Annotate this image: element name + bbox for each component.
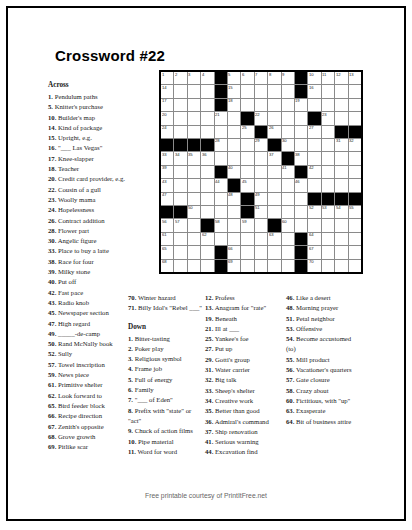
- cell-r13c1[interactable]: 61: [161, 233, 173, 245]
- black-cell-r1c5: [215, 72, 227, 84]
- cell-r15c1[interactable]: 68: [161, 260, 173, 272]
- cell-r8c9[interactable]: [268, 166, 280, 178]
- across-header: Across: [48, 80, 132, 90]
- cell-r4c10[interactable]: [282, 112, 294, 124]
- down-clue-53: 53. Offensive: [286, 324, 362, 334]
- cell-r11c11[interactable]: [295, 206, 307, 218]
- cell-number-55: 55: [349, 205, 354, 209]
- across-clue-14: 14. Kind of package: [48, 123, 132, 133]
- cell-r6c7[interactable]: [241, 139, 253, 151]
- black-cell-r10c13: [322, 193, 334, 205]
- cell-r3c7[interactable]: [241, 99, 253, 111]
- cell-r14c15[interactable]: [349, 246, 361, 258]
- cell-r7c3[interactable]: 35: [188, 152, 200, 164]
- cell-number-12: 12: [336, 72, 341, 76]
- cell-r9c2[interactable]: [174, 179, 186, 191]
- cell-number-8: 8: [269, 72, 271, 76]
- across-clue-57: 57. Towel inscription: [48, 360, 132, 370]
- cell-number-25: 25: [242, 125, 247, 129]
- cell-r14c7[interactable]: [241, 246, 253, 258]
- cell-r7c6[interactable]: [228, 152, 240, 164]
- cell-r13c3[interactable]: [188, 233, 200, 245]
- cell-r9c4[interactable]: [201, 179, 213, 191]
- down-clue-44: 44. Excavation find: [205, 447, 283, 457]
- cell-r2c2[interactable]: [174, 85, 186, 97]
- cell-number-64: 64: [309, 232, 314, 236]
- across-clue-52: 52. Sully: [48, 349, 132, 359]
- across-clue-18: 18. Teacher: [48, 164, 132, 174]
- cell-r14c1[interactable]: 65: [161, 246, 173, 258]
- cell-number-24: 24: [162, 125, 167, 129]
- cell-number-38: 38: [295, 152, 300, 156]
- cell-r13c6[interactable]: [228, 233, 240, 245]
- cell-r6c15[interactable]: 32: [349, 139, 361, 151]
- cell-number-49: 49: [255, 192, 260, 196]
- cell-r13c9[interactable]: 63: [268, 233, 280, 245]
- cell-r15c12[interactable]: 70: [308, 260, 320, 272]
- cell-r6c11[interactable]: [295, 139, 307, 151]
- cell-r6c14[interactable]: 31: [335, 139, 347, 151]
- cell-r3c2[interactable]: [174, 99, 186, 111]
- page-title: Crossword #22: [55, 47, 165, 64]
- cell-r4c2[interactable]: [174, 112, 186, 124]
- cell-r15c6[interactable]: 69: [228, 260, 240, 272]
- cell-number-4: 4: [202, 72, 204, 76]
- cell-r7c4[interactable]: 36: [201, 152, 213, 164]
- cell-r4c11[interactable]: [295, 112, 307, 124]
- cell-r7c1[interactable]: 33: [161, 152, 173, 164]
- cell-r11c15[interactable]: 55: [349, 206, 361, 218]
- cell-number-67: 67: [309, 246, 314, 250]
- cell-r5c10[interactable]: [282, 126, 294, 138]
- down-clue-64: 64. Bit of business attire: [286, 417, 362, 427]
- cell-r5c11[interactable]: [295, 126, 307, 138]
- cell-r5c6[interactable]: [228, 126, 240, 138]
- across-clue-43: 43. Radio knob: [48, 298, 132, 308]
- cell-r12c1[interactable]: 56: [161, 219, 173, 231]
- cell-r15c2[interactable]: [174, 260, 186, 272]
- cell-r5c1[interactable]: 24: [161, 126, 173, 138]
- cell-r11c9[interactable]: [268, 206, 280, 218]
- cell-number-21: 21: [215, 112, 220, 116]
- cell-r8c10[interactable]: 41: [282, 166, 294, 178]
- across-clue-70: 70. Winter hazard: [128, 293, 204, 303]
- cell-number-11: 11: [322, 72, 326, 76]
- cell-r12c6[interactable]: [228, 219, 240, 231]
- cell-r12c5[interactable]: 58: [215, 219, 227, 231]
- cell-r2c8[interactable]: [255, 85, 267, 97]
- cell-r10c11[interactable]: [295, 193, 307, 205]
- cell-r14c9[interactable]: [268, 246, 280, 258]
- cell-r3c11[interactable]: 19: [295, 99, 307, 111]
- cell-number-10: 10: [309, 72, 314, 76]
- cell-r1c8[interactable]: 7: [255, 72, 267, 84]
- cell-r3c9[interactable]: [268, 99, 280, 111]
- cell-r15c8[interactable]: [255, 260, 267, 272]
- black-cell-r8c5: [215, 166, 227, 178]
- cell-r10c5[interactable]: [215, 193, 227, 205]
- cell-r3c6[interactable]: 18: [228, 99, 240, 111]
- across-clue-10: 10. Builder's map: [48, 113, 132, 123]
- down-clue-3: 3. Religious symbol: [128, 354, 204, 364]
- cell-r9c11[interactable]: 46: [295, 179, 307, 191]
- cell-number-7: 7: [255, 72, 257, 76]
- cell-r9c5[interactable]: 44: [215, 179, 227, 191]
- cell-r13c15[interactable]: [349, 233, 361, 245]
- down-clue-6: 6. Family: [128, 385, 204, 395]
- cell-r2c14[interactable]: [335, 85, 347, 97]
- cell-r1c12[interactable]: 10: [308, 72, 320, 84]
- cell-r5c13[interactable]: [322, 126, 334, 138]
- crossword-grid[interactable]: 1234567891011121314151617181920212223242…: [159, 70, 363, 274]
- cell-r3c13[interactable]: [322, 99, 334, 111]
- cell-number-35: 35: [188, 152, 193, 156]
- cell-r5c9[interactable]: 26: [268, 126, 280, 138]
- cell-r3c12[interactable]: [308, 99, 320, 111]
- cell-r7c13[interactable]: [322, 152, 334, 164]
- cell-r4c4[interactable]: [201, 112, 213, 124]
- cell-r9c14[interactable]: [335, 179, 347, 191]
- cell-r11c3[interactable]: 50: [188, 206, 200, 218]
- cell-r6c10[interactable]: 30: [282, 139, 294, 151]
- cell-r3c14[interactable]: [335, 99, 347, 111]
- cell-r6c13[interactable]: [322, 139, 334, 151]
- cell-r9c9[interactable]: [268, 179, 280, 191]
- cell-number-40: 40: [228, 165, 233, 169]
- cell-number-50: 50: [188, 205, 193, 209]
- cell-r11c6[interactable]: [228, 206, 240, 218]
- cell-r15c14[interactable]: [335, 260, 347, 272]
- cell-number-33: 33: [162, 152, 167, 156]
- cell-r8c12[interactable]: 42: [308, 166, 320, 178]
- across-clue-26: 26. Contract addition: [48, 216, 132, 226]
- cell-r3c8[interactable]: [255, 99, 267, 111]
- black-cell-r13c11: [295, 233, 307, 245]
- across-clue-1: 1. Pendulum paths: [48, 92, 132, 102]
- cell-r1c2[interactable]: 2: [174, 72, 186, 84]
- cell-r4c6[interactable]: [228, 112, 240, 124]
- cell-number-28: 28: [215, 138, 220, 142]
- black-cell-r7c10: [282, 152, 294, 164]
- cell-r5c2[interactable]: [174, 126, 186, 138]
- black-cell-r5c15: [349, 126, 361, 138]
- cell-r14c4[interactable]: [201, 246, 213, 258]
- down-clue-54: 54. Become accustomed (to): [286, 334, 362, 355]
- cell-r10c3[interactable]: [188, 193, 200, 205]
- cell-r8c3[interactable]: [188, 166, 200, 178]
- black-cell-r9c6: [228, 179, 240, 191]
- cell-r12c11[interactable]: [295, 219, 307, 231]
- cell-number-17: 17: [162, 98, 167, 102]
- cell-r10c10[interactable]: [282, 193, 294, 205]
- cell-r5c12[interactable]: 27: [308, 126, 320, 138]
- cell-r12c13[interactable]: [322, 219, 334, 231]
- black-cell-r2c5: [215, 85, 227, 97]
- cell-r7c7[interactable]: [241, 152, 253, 164]
- black-cell-r1c11: [295, 72, 307, 84]
- cell-r1c4[interactable]: 4: [201, 72, 213, 84]
- cell-r1c1[interactable]: 1: [161, 72, 173, 84]
- cell-r4c15[interactable]: [349, 112, 361, 124]
- cell-r11c10[interactable]: [282, 206, 294, 218]
- cell-r9c13[interactable]: [322, 179, 334, 191]
- black-cell-r8c11: [295, 166, 307, 178]
- cell-r14c8[interactable]: [255, 246, 267, 258]
- cell-r8c7[interactable]: [241, 166, 253, 178]
- cell-r10c9[interactable]: [268, 193, 280, 205]
- across-clue-list: 1. Pendulum paths5. Knitter's purchase10…: [48, 92, 132, 452]
- cell-r2c15[interactable]: [349, 85, 361, 97]
- cell-r15c10[interactable]: [282, 260, 294, 272]
- across-clue-23: 23. Woolly mama: [48, 195, 132, 205]
- cell-number-19: 19: [295, 98, 300, 102]
- cell-r13c7[interactable]: [241, 233, 253, 245]
- cell-r8c6[interactable]: 40: [228, 166, 240, 178]
- cell-number-56: 56: [162, 219, 167, 223]
- cell-r6c8[interactable]: 29: [255, 139, 267, 151]
- black-cell-r11c1: [161, 206, 173, 218]
- down-clue-8: 8. Prefix with "state" or "act": [128, 406, 204, 427]
- cell-r11c8[interactable]: 51: [255, 206, 267, 218]
- cell-number-62: 62: [202, 232, 207, 236]
- cell-number-22: 22: [255, 112, 260, 116]
- cell-r15c13[interactable]: [322, 260, 334, 272]
- cell-r1c6[interactable]: 5: [228, 72, 240, 84]
- cell-r9c15[interactable]: [349, 179, 361, 191]
- cell-r12c10[interactable]: 60: [282, 219, 294, 231]
- cell-r10c4[interactable]: [201, 193, 213, 205]
- cell-r3c4[interactable]: [201, 99, 213, 111]
- cell-r7c5[interactable]: [215, 152, 227, 164]
- cell-r9c3[interactable]: [188, 179, 200, 191]
- cell-number-61: 61: [162, 232, 167, 236]
- down-clue-58: 58. Crazy about: [286, 386, 362, 396]
- cell-r11c4[interactable]: [201, 206, 213, 218]
- cell-r11c14[interactable]: 54: [335, 206, 347, 218]
- cell-r2c4[interactable]: [201, 85, 213, 97]
- cell-number-18: 18: [228, 98, 233, 102]
- cell-number-3: 3: [188, 72, 190, 76]
- cell-number-16: 16: [309, 85, 314, 89]
- cell-number-20: 20: [162, 112, 167, 116]
- down-clue-55: 55. Mill product: [286, 355, 362, 365]
- cell-r12c3[interactable]: [188, 219, 200, 231]
- across-clue-39: 39. Milky stone: [48, 267, 132, 277]
- cell-r5c7[interactable]: 25: [241, 126, 253, 138]
- cell-r4c14[interactable]: [335, 112, 347, 124]
- across-clue-47: 47. High regard: [48, 319, 132, 329]
- down-clue-2: 2. Poker play: [128, 344, 204, 354]
- cell-r13c8[interactable]: [255, 233, 267, 245]
- cell-number-2: 2: [175, 72, 177, 76]
- cell-r8c13[interactable]: [322, 166, 334, 178]
- across-clue-20: 20. Credit card provider, e.g.: [48, 174, 132, 184]
- cell-r7c15[interactable]: [349, 152, 361, 164]
- black-cell-r6c3: [188, 139, 200, 151]
- cell-r8c1[interactable]: 39: [161, 166, 173, 178]
- cell-r13c4[interactable]: 62: [201, 233, 213, 245]
- cell-r6c6[interactable]: [228, 139, 240, 151]
- cell-r1c9[interactable]: 8: [268, 72, 280, 84]
- cell-number-15: 15: [228, 85, 233, 89]
- cell-r12c2[interactable]: 57: [174, 219, 186, 231]
- cell-r9c8[interactable]: [255, 179, 267, 191]
- black-cell-r10c12: [308, 193, 320, 205]
- black-cell-r2c11: [295, 85, 307, 97]
- black-cell-r10c14: [335, 193, 347, 205]
- cell-r13c14[interactable]: [335, 233, 347, 245]
- cell-r13c10[interactable]: [282, 233, 294, 245]
- across-clue-50: 50. Rand McNally book: [48, 339, 132, 349]
- cell-r12c12[interactable]: [308, 219, 320, 231]
- cell-r5c5[interactable]: [215, 126, 227, 138]
- cell-r11c13[interactable]: 53: [322, 206, 334, 218]
- cell-number-44: 44: [215, 179, 220, 183]
- cell-r4c9[interactable]: [268, 112, 280, 124]
- clue-column-2: 70. Winter hazard71. Billy Idol's "Rebel…: [128, 293, 204, 457]
- cell-number-14: 14: [162, 85, 167, 89]
- cell-r14c12[interactable]: 67: [308, 246, 320, 258]
- cell-r3c15[interactable]: [349, 99, 361, 111]
- cell-r8c15[interactable]: [349, 166, 361, 178]
- black-cell-r4c12: [308, 112, 320, 124]
- cell-r9c10[interactable]: [282, 179, 294, 191]
- cell-r10c2[interactable]: [174, 193, 186, 205]
- down-clue-48: 48. Morning prayer: [286, 303, 362, 313]
- cell-r13c13[interactable]: [322, 233, 334, 245]
- cell-r2c1[interactable]: 14: [161, 85, 173, 97]
- cell-r14c14[interactable]: [335, 246, 347, 258]
- cell-r1c13[interactable]: 11: [322, 72, 334, 84]
- cell-r10c8[interactable]: 49: [255, 193, 267, 205]
- cell-r2c7[interactable]: [241, 85, 253, 97]
- down-clue-29: 29. Gotti's group: [205, 355, 283, 365]
- down-clue-36: 36. Admiral's command: [205, 417, 283, 427]
- down-clue-27: 27. Put up: [205, 344, 283, 354]
- cell-r14c2[interactable]: [174, 246, 186, 258]
- cell-r2c12[interactable]: 16: [308, 85, 320, 97]
- cell-r15c4[interactable]: [201, 260, 213, 272]
- across-clue-16: 16. "___ Las Vegas": [48, 143, 132, 153]
- cell-r7c9[interactable]: 37: [268, 152, 280, 164]
- cell-r9c7[interactable]: 45: [241, 179, 253, 191]
- across-clue-61: 61. Primitive shelter: [48, 380, 132, 390]
- cell-r9c1[interactable]: 43: [161, 179, 173, 191]
- across-clue-38: 38. Race for four: [48, 257, 132, 267]
- cell-number-58: 58: [215, 219, 220, 223]
- cell-r11c12[interactable]: 52: [308, 206, 320, 218]
- cell-number-31: 31: [336, 138, 341, 142]
- cell-r12c15[interactable]: [349, 219, 361, 231]
- cell-r14c10[interactable]: [282, 246, 294, 258]
- cell-number-9: 9: [282, 72, 284, 76]
- cell-number-30: 30: [282, 138, 287, 142]
- cell-number-5: 5: [228, 72, 230, 76]
- cell-r2c3[interactable]: [188, 85, 200, 97]
- cell-r3c10[interactable]: [282, 99, 294, 111]
- cell-r4c5[interactable]: 21: [215, 112, 227, 124]
- cell-r14c3[interactable]: [188, 246, 200, 258]
- cell-r7c2[interactable]: 34: [174, 152, 186, 164]
- cell-r5c4[interactable]: [201, 126, 213, 138]
- cell-number-29: 29: [255, 138, 260, 142]
- cell-r6c12[interactable]: [308, 139, 320, 151]
- cell-r2c6[interactable]: 15: [228, 85, 240, 97]
- cell-number-34: 34: [175, 152, 180, 156]
- cell-r7c14[interactable]: [335, 152, 347, 164]
- down-clue-41: 41. Serious warning: [205, 437, 283, 447]
- cell-r4c13[interactable]: 23: [322, 112, 334, 124]
- across-clue-45: 45. Newspaper section: [48, 308, 132, 318]
- cell-r1c14[interactable]: 12: [335, 72, 347, 84]
- black-cell-r15c11: [295, 260, 307, 272]
- cell-r4c1[interactable]: 20: [161, 112, 173, 124]
- cell-r4c8[interactable]: 22: [255, 112, 267, 124]
- cell-r8c2[interactable]: [174, 166, 186, 178]
- cell-r13c2[interactable]: [174, 233, 186, 245]
- cell-r2c9[interactable]: [268, 85, 280, 97]
- down-clue-56: 56. Vacationer's quarters: [286, 365, 362, 375]
- cell-r5c3[interactable]: [188, 126, 200, 138]
- cell-r11c5[interactable]: [215, 206, 227, 218]
- cell-r9c12[interactable]: [308, 179, 320, 191]
- cell-r8c14[interactable]: [335, 166, 347, 178]
- across-clue-62: 62. Look forward to: [48, 391, 132, 401]
- cell-r13c12[interactable]: 64: [308, 233, 320, 245]
- cell-r8c4[interactable]: [201, 166, 213, 178]
- down-clue-9: 9. Chuck of action films: [128, 426, 204, 436]
- cell-r2c13[interactable]: [322, 85, 334, 97]
- cell-r6c5[interactable]: 28: [215, 139, 227, 151]
- cell-r10c6[interactable]: 48: [228, 193, 240, 205]
- cell-r12c7[interactable]: 59: [241, 219, 253, 231]
- cell-r1c15[interactable]: 13: [349, 72, 361, 84]
- cell-r14c6[interactable]: 66: [228, 246, 240, 258]
- black-cell-r12c9: [268, 219, 280, 231]
- cell-r13c5[interactable]: [215, 233, 227, 245]
- cell-r12c8[interactable]: [255, 219, 267, 231]
- cell-r15c3[interactable]: [188, 260, 200, 272]
- across-clue-33: 33. Place to buy a latte: [48, 246, 132, 256]
- cell-r1c3[interactable]: 3: [188, 72, 200, 84]
- cell-r12c14[interactable]: [335, 219, 347, 231]
- cell-r3c3[interactable]: [188, 99, 200, 111]
- cell-r7c12[interactable]: [308, 152, 320, 164]
- cell-r1c10[interactable]: 9: [282, 72, 294, 84]
- across-clue-28: 28. Flower part: [48, 226, 132, 236]
- down-clue-4: 4. Frame job: [128, 364, 204, 374]
- cell-r10c1[interactable]: 47: [161, 193, 173, 205]
- down-clue-51: 51. Petal neighbor: [286, 314, 362, 324]
- black-cell-r10c7: [241, 193, 253, 205]
- cell-r4c3[interactable]: [188, 112, 200, 124]
- cell-r14c13[interactable]: [322, 246, 334, 258]
- black-cell-r6c9: [268, 139, 280, 151]
- down-clue-list-1: 1. Bitter-tasting2. Poker play3. Religio…: [128, 334, 204, 458]
- cell-r7c11[interactable]: 38: [295, 152, 307, 164]
- cell-r8c8[interactable]: [255, 166, 267, 178]
- black-cell-r15c5: [215, 260, 227, 272]
- cell-number-57: 57: [175, 219, 180, 223]
- cell-number-43: 43: [162, 179, 167, 183]
- cell-r15c7[interactable]: [241, 260, 253, 272]
- cell-r2c10[interactable]: [282, 85, 294, 97]
- cell-r15c15[interactable]: [349, 260, 361, 272]
- cell-r1c7[interactable]: 6: [241, 72, 253, 84]
- cell-r7c8[interactable]: [255, 152, 267, 164]
- cell-r15c9[interactable]: [268, 260, 280, 272]
- cell-r3c1[interactable]: 17: [161, 99, 173, 111]
